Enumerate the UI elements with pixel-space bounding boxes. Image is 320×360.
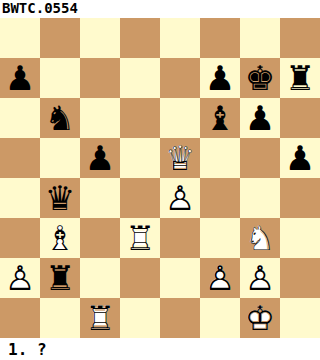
piece-white-knight[interactable]: ♘ (240, 218, 280, 258)
puzzle-id-title: BWTC.0554 (0, 0, 320, 18)
piece-white-rook[interactable]: ♖ (120, 218, 160, 258)
square-f1[interactable] (200, 298, 240, 338)
square-a4[interactable] (0, 178, 40, 218)
piece-black-queen[interactable]: ♛ (40, 178, 80, 218)
square-b5[interactable] (40, 138, 80, 178)
square-c4[interactable] (80, 178, 120, 218)
square-a5[interactable] (0, 138, 40, 178)
square-c8[interactable] (80, 18, 120, 58)
square-f7[interactable]: ♟ (200, 58, 240, 98)
piece-black-pawn[interactable]: ♟ (200, 58, 240, 98)
square-f8[interactable] (200, 18, 240, 58)
square-b1[interactable] (40, 298, 80, 338)
square-h6[interactable] (280, 98, 320, 138)
piece-white-rook[interactable]: ♖ (80, 298, 120, 338)
square-c7[interactable] (80, 58, 120, 98)
square-d3[interactable]: ♜♖ (120, 218, 160, 258)
piece-black-rook[interactable]: ♜ (280, 58, 320, 98)
square-h5[interactable]: ♟ (280, 138, 320, 178)
square-f2[interactable]: ♟♙ (200, 258, 240, 298)
square-g5[interactable] (240, 138, 280, 178)
square-f5[interactable] (200, 138, 240, 178)
square-e3[interactable] (160, 218, 200, 258)
square-d2[interactable] (120, 258, 160, 298)
square-g6[interactable]: ♟ (240, 98, 280, 138)
square-f3[interactable] (200, 218, 240, 258)
piece-black-knight[interactable]: ♞ (40, 98, 80, 138)
square-d1[interactable] (120, 298, 160, 338)
square-g1[interactable]: ♚♔ (240, 298, 280, 338)
square-h1[interactable] (280, 298, 320, 338)
square-h2[interactable] (280, 258, 320, 298)
square-d5[interactable] (120, 138, 160, 178)
square-d6[interactable] (120, 98, 160, 138)
square-d4[interactable] (120, 178, 160, 218)
square-e8[interactable] (160, 18, 200, 58)
square-f6[interactable]: ♝ (200, 98, 240, 138)
square-c2[interactable] (80, 258, 120, 298)
piece-white-pawn[interactable]: ♙ (0, 258, 40, 298)
square-b7[interactable] (40, 58, 80, 98)
square-d7[interactable] (120, 58, 160, 98)
square-b8[interactable] (40, 18, 80, 58)
square-b4[interactable]: ♛ (40, 178, 80, 218)
piece-black-bishop[interactable]: ♝ (200, 98, 240, 138)
square-a3[interactable] (0, 218, 40, 258)
square-h7[interactable]: ♜ (280, 58, 320, 98)
square-b2[interactable]: ♜ (40, 258, 80, 298)
square-h3[interactable] (280, 218, 320, 258)
square-e5[interactable]: ♛♕ (160, 138, 200, 178)
move-prompt: 1. ? (0, 338, 320, 360)
piece-black-pawn[interactable]: ♟ (80, 138, 120, 178)
square-b3[interactable]: ♝♗ (40, 218, 80, 258)
square-c1[interactable]: ♜♖ (80, 298, 120, 338)
square-g4[interactable] (240, 178, 280, 218)
square-g2[interactable]: ♟♙ (240, 258, 280, 298)
square-a8[interactable] (0, 18, 40, 58)
square-a2[interactable]: ♟♙ (0, 258, 40, 298)
square-a7[interactable]: ♟ (0, 58, 40, 98)
square-b6[interactable]: ♞ (40, 98, 80, 138)
square-e6[interactable] (160, 98, 200, 138)
square-g7[interactable]: ♚ (240, 58, 280, 98)
piece-black-pawn[interactable]: ♟ (240, 98, 280, 138)
square-c3[interactable] (80, 218, 120, 258)
square-f4[interactable] (200, 178, 240, 218)
square-d8[interactable] (120, 18, 160, 58)
piece-black-pawn[interactable]: ♟ (280, 138, 320, 178)
piece-white-bishop[interactable]: ♗ (40, 218, 80, 258)
piece-black-king[interactable]: ♚ (240, 58, 280, 98)
piece-black-pawn[interactable]: ♟ (0, 58, 40, 98)
square-e1[interactable] (160, 298, 200, 338)
square-e2[interactable] (160, 258, 200, 298)
piece-black-rook[interactable]: ♜ (40, 258, 80, 298)
piece-white-queen[interactable]: ♕ (160, 138, 200, 178)
piece-white-pawn[interactable]: ♙ (160, 178, 200, 218)
square-g8[interactable] (240, 18, 280, 58)
square-c5[interactable]: ♟ (80, 138, 120, 178)
square-e4[interactable]: ♟♙ (160, 178, 200, 218)
square-h8[interactable] (280, 18, 320, 58)
piece-white-pawn[interactable]: ♙ (200, 258, 240, 298)
square-a1[interactable] (0, 298, 40, 338)
square-h4[interactable] (280, 178, 320, 218)
square-c6[interactable] (80, 98, 120, 138)
piece-white-king[interactable]: ♔ (240, 298, 280, 338)
piece-white-pawn[interactable]: ♙ (240, 258, 280, 298)
square-a6[interactable] (0, 98, 40, 138)
chess-board: ♟♟♚♜♞♝♟♟♛♕♟♛♟♙♝♗♜♖♞♘♟♙♜♟♙♟♙♜♖♚♔ (0, 18, 320, 338)
square-e7[interactable] (160, 58, 200, 98)
square-g3[interactable]: ♞♘ (240, 218, 280, 258)
